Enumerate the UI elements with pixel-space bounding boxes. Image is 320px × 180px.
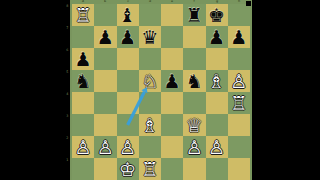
piece-black-king[interactable]: ♚ — [208, 5, 225, 24]
square-a5[interactable]: ♞ — [72, 70, 94, 92]
square-g2[interactable]: ♙ — [206, 136, 228, 158]
rank-label: 4 — [64, 92, 68, 104]
square-d6[interactable] — [139, 48, 161, 70]
rank-label: 8 — [64, 4, 68, 16]
square-h5[interactable]: ♙ — [228, 70, 250, 92]
square-a6[interactable]: ♟ — [72, 48, 94, 70]
piece-white-pawn[interactable]: ♙ — [208, 137, 225, 156]
piece-black-pawn[interactable]: ♟ — [230, 27, 247, 46]
file-label: d — [144, 0, 156, 2]
square-e5[interactable]: ♟ — [161, 70, 183, 92]
piece-black-bishop[interactable]: ♝ — [119, 5, 136, 24]
piece-black-pawn[interactable]: ♟ — [97, 27, 114, 46]
piece-white-bishop[interactable]: ♗ — [141, 115, 158, 134]
square-d1[interactable]: ♖ — [139, 158, 161, 180]
square-e7[interactable] — [161, 26, 183, 48]
square-h7[interactable]: ♟ — [228, 26, 250, 48]
piece-black-pawn[interactable]: ♟ — [119, 27, 136, 46]
square-a1[interactable] — [72, 158, 94, 180]
square-b5[interactable] — [94, 70, 116, 92]
piece-white-pawn[interactable]: ♙ — [230, 71, 247, 90]
square-g8[interactable]: ♚ — [206, 4, 228, 26]
square-c1[interactable]: ♔ — [117, 158, 139, 180]
board-grid: ♖♝♜♚♟♟♛♟♟♟♞♘♟♞♗♙♖♗♕♙♙♙♙♙♔♖ — [72, 4, 250, 180]
square-b2[interactable]: ♙ — [94, 136, 116, 158]
square-d4[interactable] — [139, 92, 161, 114]
file-label: a — [77, 0, 89, 2]
square-c4[interactable] — [117, 92, 139, 114]
square-h1[interactable] — [228, 158, 250, 180]
file-label: b — [99, 0, 111, 2]
square-b7[interactable]: ♟ — [94, 26, 116, 48]
piece-white-pawn[interactable]: ♙ — [186, 137, 203, 156]
square-f4[interactable] — [183, 92, 205, 114]
piece-white-pawn[interactable]: ♙ — [119, 137, 136, 156]
corner-dot — [246, 1, 251, 6]
square-b3[interactable] — [94, 114, 116, 136]
square-h8[interactable] — [228, 4, 250, 26]
square-d5[interactable]: ♘ — [139, 70, 161, 92]
square-d8[interactable] — [139, 4, 161, 26]
square-b4[interactable] — [94, 92, 116, 114]
square-h4[interactable]: ♖ — [228, 92, 250, 114]
square-f2[interactable]: ♙ — [183, 136, 205, 158]
square-e4[interactable] — [161, 92, 183, 114]
square-g5[interactable]: ♗ — [206, 70, 228, 92]
square-c3[interactable] — [117, 114, 139, 136]
square-h6[interactable] — [228, 48, 250, 70]
piece-white-king[interactable]: ♔ — [119, 159, 136, 178]
rank-label: 6 — [64, 48, 68, 60]
piece-white-rook[interactable]: ♖ — [75, 5, 92, 24]
square-h2[interactable] — [228, 136, 250, 158]
square-g4[interactable] — [206, 92, 228, 114]
square-d2[interactable] — [139, 136, 161, 158]
square-e3[interactable] — [161, 114, 183, 136]
file-label: e — [166, 0, 178, 2]
piece-black-pawn[interactable]: ♟ — [164, 71, 181, 90]
square-e6[interactable] — [161, 48, 183, 70]
square-b8[interactable] — [94, 4, 116, 26]
rank-label: 5 — [64, 70, 68, 82]
square-a3[interactable] — [72, 114, 94, 136]
square-f7[interactable] — [183, 26, 205, 48]
square-c2[interactable]: ♙ — [117, 136, 139, 158]
piece-black-knight[interactable]: ♞ — [186, 71, 203, 90]
square-d7[interactable]: ♛ — [139, 26, 161, 48]
square-d3[interactable]: ♗ — [139, 114, 161, 136]
square-a2[interactable]: ♙ — [72, 136, 94, 158]
rank-label: 3 — [64, 114, 68, 126]
piece-black-pawn[interactable]: ♟ — [208, 27, 225, 46]
square-a8[interactable]: ♖ — [72, 4, 94, 26]
square-f6[interactable] — [183, 48, 205, 70]
piece-white-knight[interactable]: ♘ — [141, 71, 158, 90]
file-label: c — [122, 0, 134, 2]
square-c6[interactable] — [117, 48, 139, 70]
thumbnail-stage: abcdefgh 87654321 ♖♝♜♚♟♟♛♟♟♟♞♘♟♞♗♙♖♗♕♙♙♙… — [0, 0, 320, 180]
piece-black-queen[interactable]: ♛ — [141, 27, 158, 46]
piece-black-rook[interactable]: ♜ — [186, 5, 203, 24]
rank-label: 1 — [64, 158, 68, 170]
square-g6[interactable] — [206, 48, 228, 70]
chess-board: abcdefgh 87654321 ♖♝♜♚♟♟♛♟♟♟♞♘♟♞♗♙♖♗♕♙♙♙… — [70, 0, 252, 180]
letterbox-right — [252, 0, 320, 180]
square-f3[interactable]: ♕ — [183, 114, 205, 136]
square-f5[interactable]: ♞ — [183, 70, 205, 92]
piece-white-rook[interactable]: ♖ — [141, 159, 158, 178]
square-g7[interactable]: ♟ — [206, 26, 228, 48]
rank-label: 2 — [64, 136, 68, 148]
file-label: f — [188, 0, 200, 2]
square-b1[interactable] — [94, 158, 116, 180]
piece-white-queen[interactable]: ♕ — [186, 115, 203, 134]
square-f1[interactable] — [183, 158, 205, 180]
square-h3[interactable] — [228, 114, 250, 136]
piece-white-pawn[interactable]: ♙ — [75, 137, 92, 156]
piece-white-rook[interactable]: ♖ — [230, 93, 247, 112]
letterbox-left — [0, 0, 70, 180]
piece-black-pawn[interactable]: ♟ — [75, 49, 92, 68]
piece-white-pawn[interactable]: ♙ — [97, 137, 114, 156]
square-a4[interactable] — [72, 92, 94, 114]
piece-white-bishop[interactable]: ♗ — [208, 71, 225, 90]
file-label: h — [233, 0, 245, 2]
square-c8[interactable]: ♝ — [117, 4, 139, 26]
square-e1[interactable] — [161, 158, 183, 180]
square-e2[interactable] — [161, 136, 183, 158]
square-g3[interactable] — [206, 114, 228, 136]
square-b6[interactable] — [94, 48, 116, 70]
rank-coordinate-labels: 87654321 — [64, 4, 72, 180]
square-c7[interactable]: ♟ — [117, 26, 139, 48]
square-g1[interactable] — [206, 158, 228, 180]
file-label: g — [211, 0, 223, 2]
square-e8[interactable] — [161, 4, 183, 26]
square-c5[interactable] — [117, 70, 139, 92]
square-f8[interactable]: ♜ — [183, 4, 205, 26]
rank-label: 7 — [64, 26, 68, 38]
piece-black-knight[interactable]: ♞ — [75, 71, 92, 90]
square-a7[interactable] — [72, 26, 94, 48]
